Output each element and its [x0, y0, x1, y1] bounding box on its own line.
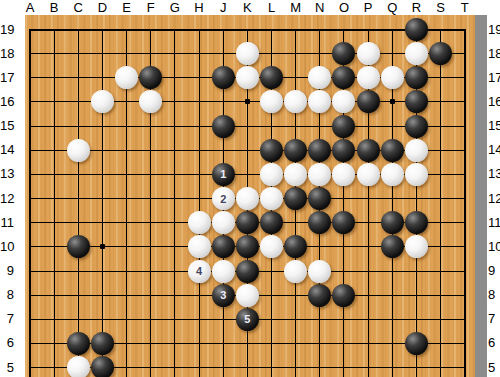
row-label-left-11: 11 [0, 215, 22, 230]
row-label-left-6: 6 [0, 335, 22, 350]
go-diagram: 13524 ABCDEFGHJKLMNOPQRST191918181717161… [0, 0, 500, 377]
column-label-M: M [284, 0, 308, 15]
stone-white-L16[interactable] [260, 90, 283, 113]
stone-black-L14[interactable] [260, 139, 283, 162]
stone-black-R19[interactable] [405, 18, 428, 41]
row-label-right-5: 5 [488, 360, 500, 375]
go-board[interactable]: 13524 [25, 15, 475, 377]
stone-white-P13[interactable] [357, 163, 380, 186]
row-label-right-7: 7 [488, 311, 500, 326]
stone-black-O14[interactable] [332, 139, 355, 162]
row-label-left-13: 13 [0, 166, 22, 181]
grid-vline-S [440, 29, 441, 377]
row-label-left-5: 5 [0, 360, 22, 375]
stone-white-N17[interactable] [308, 66, 331, 89]
column-label-F: F [139, 0, 163, 15]
stone-white-M16[interactable] [284, 90, 307, 113]
stone-black-M12[interactable] [284, 187, 307, 210]
stone-white-N16[interactable] [308, 90, 331, 113]
stone-black-N8[interactable] [308, 284, 331, 307]
stone-black-D6[interactable] [91, 332, 114, 355]
grid-vline-A [29, 29, 31, 377]
stone-white-L13[interactable] [260, 163, 283, 186]
stone-white-H10[interactable] [188, 235, 211, 258]
column-label-D: D [90, 0, 114, 15]
row-label-left-9: 9 [0, 263, 22, 278]
stone-black-C6[interactable] [67, 332, 90, 355]
stone-white-R10[interactable] [405, 235, 428, 258]
row-label-right-13: 13 [488, 166, 500, 181]
column-label-G: G [163, 0, 187, 15]
stone-black-K10[interactable] [236, 235, 259, 258]
stone-black-S18[interactable] [429, 42, 452, 65]
grid-vline-C [78, 29, 79, 377]
column-label-S: S [429, 0, 453, 15]
column-label-B: B [42, 0, 66, 15]
row-label-right-14: 14 [488, 142, 500, 157]
row-label-left-10: 10 [0, 239, 22, 254]
stone-black-P16[interactable] [357, 90, 380, 113]
column-label-K: K [235, 0, 259, 15]
stone-white-K18[interactable] [236, 42, 259, 65]
stone-white-R18[interactable] [405, 42, 428, 65]
stone-black-J13[interactable]: 1 [212, 163, 235, 186]
column-label-J: J [211, 0, 235, 15]
row-label-left-7: 7 [0, 311, 22, 326]
column-label-C: C [66, 0, 90, 15]
star-point-K16 [245, 99, 250, 104]
row-label-right-10: 10 [488, 239, 500, 254]
stone-black-Q14[interactable] [381, 139, 404, 162]
stone-black-R17[interactable] [405, 66, 428, 89]
row-label-left-16: 16 [0, 94, 22, 109]
stone-black-J15[interactable] [212, 115, 235, 138]
stone-black-O8[interactable] [332, 284, 355, 307]
column-label-O: O [332, 0, 356, 15]
stone-white-R14[interactable] [405, 139, 428, 162]
move-number-1: 1 [220, 168, 226, 180]
row-label-left-15: 15 [0, 118, 22, 133]
stone-black-N14[interactable] [308, 139, 331, 162]
stone-black-D5[interactable] [91, 356, 114, 377]
stone-black-J17[interactable] [212, 66, 235, 89]
stone-white-K12[interactable] [236, 187, 259, 210]
stone-black-R11[interactable] [405, 211, 428, 234]
column-label-H: H [187, 0, 211, 15]
stone-black-Q10[interactable] [381, 235, 404, 258]
stone-white-H11[interactable] [188, 211, 211, 234]
stone-white-L12[interactable] [260, 187, 283, 210]
row-label-left-8: 8 [0, 287, 22, 302]
stone-black-R16[interactable] [405, 90, 428, 113]
stone-white-P18[interactable] [357, 42, 380, 65]
row-label-left-18: 18 [0, 46, 22, 61]
stone-white-N9[interactable] [308, 260, 331, 283]
stone-black-C10[interactable] [67, 235, 90, 258]
stone-white-C14[interactable] [67, 139, 90, 162]
stone-white-H9[interactable]: 4 [188, 260, 211, 283]
stone-white-J11[interactable] [212, 211, 235, 234]
row-label-right-18: 18 [488, 46, 500, 61]
grid-vline-H [199, 29, 200, 377]
column-label-R: R [404, 0, 428, 15]
row-label-left-12: 12 [0, 191, 22, 206]
stone-white-M9[interactable] [284, 260, 307, 283]
column-label-T: T [453, 0, 477, 15]
stone-white-K17[interactable] [236, 66, 259, 89]
stone-black-K9[interactable] [236, 260, 259, 283]
board-edge-shadow [475, 15, 487, 377]
grid-vline-D [102, 29, 103, 377]
stone-white-Q13[interactable] [381, 163, 404, 186]
stone-white-L10[interactable] [260, 235, 283, 258]
stone-white-O13[interactable] [332, 163, 355, 186]
stone-black-N11[interactable] [308, 211, 331, 234]
grid-vline-B [54, 29, 55, 377]
stone-black-R6[interactable] [405, 332, 428, 355]
row-label-right-8: 8 [488, 287, 500, 302]
stone-black-M10[interactable] [284, 235, 307, 258]
stone-white-M13[interactable] [284, 163, 307, 186]
move-number-3: 3 [220, 289, 226, 301]
row-label-right-12: 12 [488, 191, 500, 206]
row-label-right-9: 9 [488, 263, 500, 278]
column-label-P: P [356, 0, 380, 15]
stone-white-D16[interactable] [91, 90, 114, 113]
row-label-left-17: 17 [0, 70, 22, 85]
row-label-right-19: 19 [488, 22, 500, 37]
stone-black-O17[interactable] [332, 66, 355, 89]
stone-white-J12[interactable]: 2 [212, 187, 235, 210]
stone-black-R15[interactable] [405, 115, 428, 138]
row-label-right-6: 6 [488, 335, 500, 350]
star-point-D10 [100, 244, 105, 249]
row-label-right-11: 11 [488, 215, 500, 230]
stone-black-M14[interactable] [284, 139, 307, 162]
row-label-left-14: 14 [0, 142, 22, 157]
column-label-L: L [260, 0, 284, 15]
stone-black-J8[interactable]: 3 [212, 284, 235, 307]
row-label-right-15: 15 [488, 118, 500, 133]
stone-black-L11[interactable] [260, 211, 283, 234]
column-label-E: E [115, 0, 139, 15]
grid-vline-T [464, 29, 466, 377]
stone-white-C5[interactable] [67, 356, 90, 377]
stone-black-L17[interactable] [260, 66, 283, 89]
row-label-left-19: 19 [0, 22, 22, 37]
stone-white-R13[interactable] [405, 163, 428, 186]
stone-black-O11[interactable] [332, 211, 355, 234]
stone-white-J9[interactable] [212, 260, 235, 283]
stone-black-O18[interactable] [332, 42, 355, 65]
stone-white-Q17[interactable] [381, 66, 404, 89]
row-label-right-17: 17 [488, 70, 500, 85]
row-label-right-16: 16 [488, 94, 500, 109]
column-label-A: A [18, 0, 42, 15]
column-label-N: N [308, 0, 332, 15]
stone-black-N12[interactable] [308, 187, 331, 210]
stone-black-K11[interactable] [236, 211, 259, 234]
column-label-Q: Q [380, 0, 404, 15]
stone-black-K7[interactable]: 5 [236, 308, 259, 331]
stone-white-N13[interactable] [308, 163, 331, 186]
move-number-2: 2 [220, 193, 226, 205]
stone-white-P17[interactable] [357, 66, 380, 89]
stone-black-Q11[interactable] [381, 211, 404, 234]
stone-white-E17[interactable] [115, 66, 138, 89]
stone-white-F16[interactable] [139, 90, 162, 113]
move-number-4: 4 [196, 265, 202, 277]
stone-white-K8[interactable] [236, 284, 259, 307]
stone-black-O15[interactable] [332, 115, 355, 138]
stone-black-F17[interactable] [139, 66, 162, 89]
grid-vline-G [174, 29, 175, 377]
move-number-5: 5 [244, 313, 250, 325]
stone-black-J10[interactable] [212, 235, 235, 258]
stone-white-O16[interactable] [332, 90, 355, 113]
stone-black-P14[interactable] [357, 139, 380, 162]
star-point-Q16 [390, 99, 395, 104]
